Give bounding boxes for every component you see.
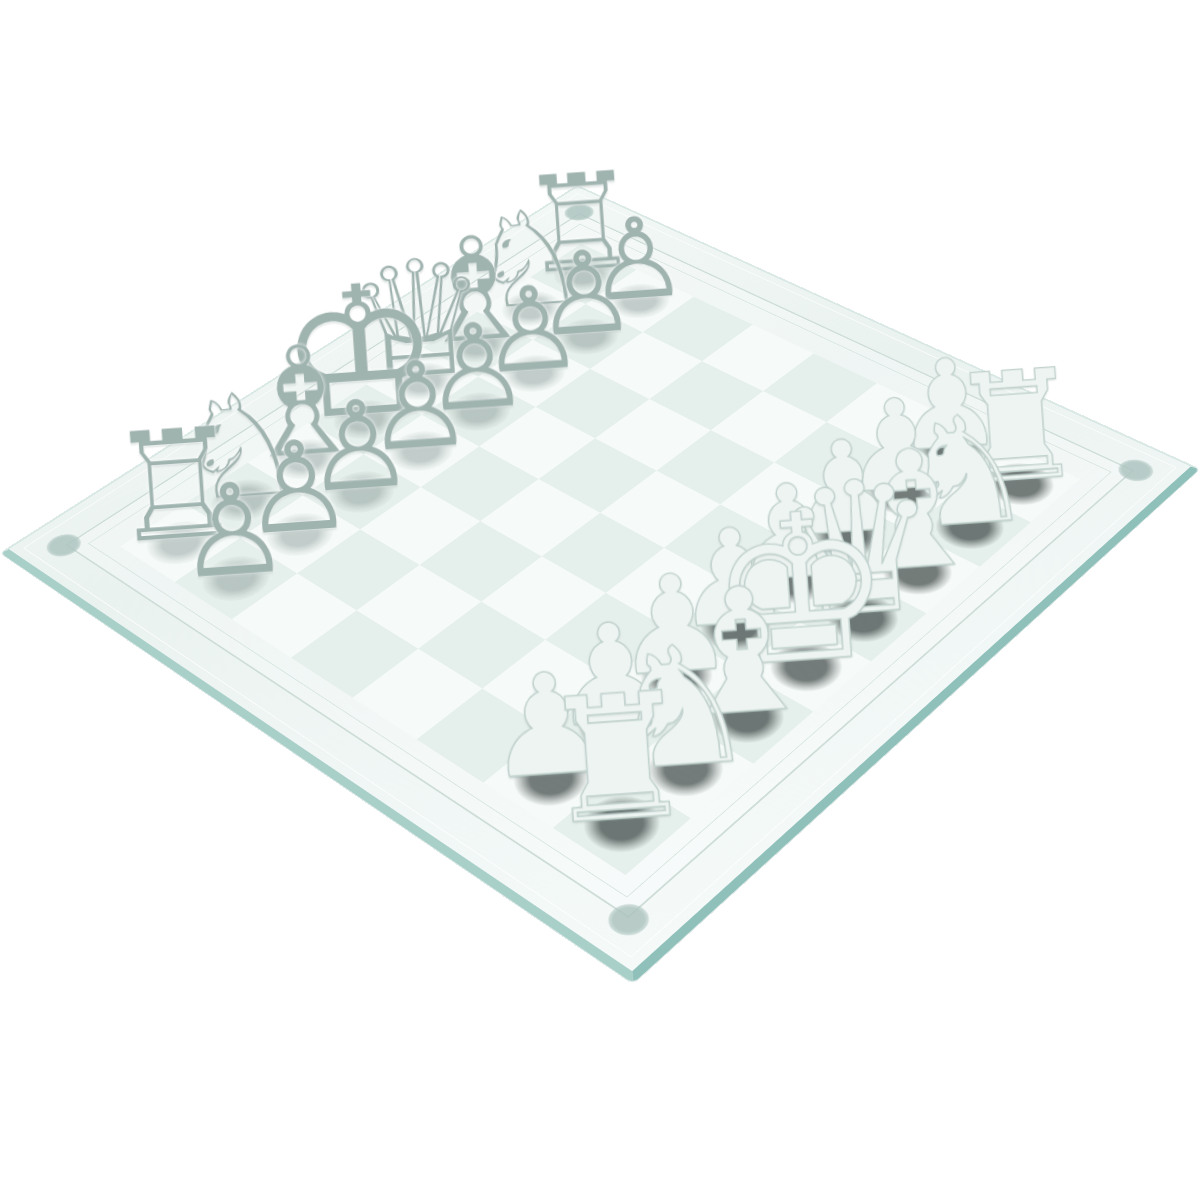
product-photo-scene: ♖♙♟♜♘♙♟♞♗♙♟♝♕♙♟♛♔♙♟♚♗♙♟♝♘♙♟♞♖♙♟♜ xyxy=(0,0,1200,1200)
piece-white-pawn-h2[interactable]: ♙ xyxy=(137,460,329,599)
glass-chessboard-plate: ♖♙♟♜♘♙♟♞♗♙♟♝♕♙♟♛♔♙♟♚♗♙♟♝♘♙♟♞♖♙♟♜ xyxy=(0,186,1199,984)
board-grid: ♖♙♟♜♘♙♟♞♗♙♟♝♕♙♟♛♔♙♟♚♗♙♟♝♘♙♟♞♖♙♟♜ xyxy=(129,244,1071,862)
